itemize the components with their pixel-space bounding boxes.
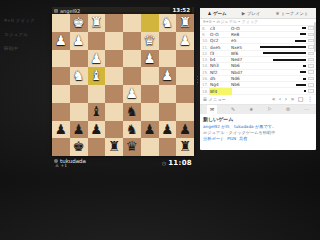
square-c5[interactable] bbox=[141, 85, 159, 103]
square-f7[interactable]: ♟ bbox=[88, 121, 106, 139]
tool-icon-strip: ✉✎★⚐⚙⋯ bbox=[200, 105, 316, 114]
move-clock-box bbox=[308, 52, 314, 56]
black-pawn-b7[interactable]: ♟ bbox=[161, 123, 173, 137]
game-info-players: angel92 が白、tukudada が黒です。 bbox=[203, 124, 313, 129]
square-b8[interactable] bbox=[159, 138, 177, 156]
move-clock-box bbox=[308, 83, 314, 87]
sidebar-text: 観戦中 bbox=[4, 46, 18, 51]
move-number: 12. bbox=[202, 51, 210, 56]
square-f6[interactable]: ♝ bbox=[88, 103, 106, 121]
move-number: 14. bbox=[202, 63, 210, 68]
black-move[interactable]: e5 bbox=[231, 38, 252, 43]
tab-label: トーナメント bbox=[281, 11, 309, 16]
square-g1[interactable]: ♚ bbox=[70, 14, 88, 32]
move-time-bar bbox=[296, 84, 306, 86]
move-time-bar bbox=[300, 33, 306, 35]
square-f1[interactable]: ♜ bbox=[88, 14, 106, 32]
square-c6[interactable] bbox=[141, 103, 159, 121]
square-h2[interactable]: ♟ bbox=[52, 32, 70, 50]
square-d7[interactable]: ♞ bbox=[123, 121, 141, 139]
square-d1[interactable] bbox=[123, 14, 141, 32]
clock-icon: ◷ bbox=[162, 160, 166, 166]
square-a3[interactable] bbox=[176, 50, 194, 68]
tab-icon: ▶ bbox=[242, 11, 245, 16]
move-number: 16. bbox=[202, 76, 210, 81]
move-clock-box bbox=[308, 89, 314, 93]
square-a1[interactable]: ♜ bbox=[176, 14, 194, 32]
white-move[interactable]: f3 bbox=[210, 51, 231, 56]
black-pawn-f7[interactable]: ♟ bbox=[90, 123, 102, 137]
move-number: 15. bbox=[202, 70, 210, 75]
square-a7[interactable]: ♟ bbox=[176, 121, 194, 139]
black-move[interactable]: Bf6 bbox=[231, 51, 252, 56]
nav-buttons: «‹›»▢⋮ bbox=[272, 96, 313, 102]
move-time-bar bbox=[300, 71, 306, 73]
move-number: 17. bbox=[202, 82, 210, 87]
menu-label: メニュー bbox=[208, 97, 226, 102]
black-move[interactable]: Nb6 bbox=[231, 82, 252, 87]
square-b5[interactable] bbox=[159, 85, 177, 103]
white-pawn-f3[interactable]: ♟ bbox=[90, 52, 102, 66]
white-knight-g4[interactable]: ♞ bbox=[73, 69, 85, 83]
move-number: 18. bbox=[202, 89, 210, 94]
move-time-bar bbox=[273, 59, 306, 61]
move-number: 10. bbox=[202, 38, 210, 43]
square-f2[interactable] bbox=[88, 32, 106, 50]
square-d4[interactable] bbox=[123, 67, 141, 85]
square-g5[interactable] bbox=[70, 85, 88, 103]
black-pawn-c7[interactable]: ♟ bbox=[144, 123, 156, 137]
black-knight-d7[interactable]: ♞ bbox=[126, 123, 138, 137]
white-move[interactable]: Bf4 bbox=[210, 89, 231, 94]
move-time-bar bbox=[304, 90, 306, 92]
black-queen-d8[interactable]: ♛ bbox=[126, 140, 138, 154]
square-h3[interactable] bbox=[52, 50, 70, 68]
square-e7[interactable] bbox=[105, 121, 123, 139]
prev-move-button[interactable]: ‹ bbox=[279, 96, 281, 102]
square-b2[interactable] bbox=[159, 32, 177, 50]
game-info-link[interactable]: 分析ボード bbox=[203, 136, 224, 141]
white-move[interactable]: O-O bbox=[210, 32, 231, 37]
black-move[interactable]: Nbd7 bbox=[231, 70, 252, 75]
square-h8[interactable] bbox=[52, 138, 70, 156]
square-e3[interactable] bbox=[105, 50, 123, 68]
flag-icon[interactable]: ⚐ bbox=[267, 106, 271, 112]
black-move[interactable]: Nb6 bbox=[231, 63, 252, 68]
square-e6[interactable] bbox=[105, 103, 123, 121]
side-panel: ♟ゲーム▶プレイ♛トーナメント 9+0 • カジュアル • クイック 8.c3O… bbox=[200, 8, 316, 150]
square-e5[interactable] bbox=[105, 85, 123, 103]
black-pawn-a7[interactable]: ♟ bbox=[179, 123, 191, 137]
square-g8[interactable]: ♚ bbox=[70, 138, 88, 156]
black-move[interactable]: Nd6 bbox=[231, 76, 252, 81]
tab-icon: ♟ bbox=[207, 11, 211, 16]
last-move-button[interactable]: » bbox=[291, 96, 295, 102]
white-pawn-b4[interactable]: ♟ bbox=[161, 69, 173, 83]
move-number: 9. bbox=[202, 32, 210, 37]
move-clock-box bbox=[308, 77, 314, 81]
move-time-bar bbox=[263, 52, 306, 54]
white-pawn-g2[interactable]: ♟ bbox=[73, 34, 85, 48]
chess-board[interactable]: ♚♜♞♜♟♟♛♟♟♟♞♝♟♟♝♞♟♟♟♞♟♟♟♚♜♛♜ bbox=[52, 14, 194, 156]
game-info-title: 新しいゲーム bbox=[203, 116, 313, 122]
tab-icon: ♛ bbox=[275, 11, 279, 16]
avatar bbox=[54, 159, 58, 163]
game-info-status: カジュアル・クイックゲームを観戦中 bbox=[203, 130, 313, 135]
white-move[interactable]: dxe5 bbox=[210, 45, 231, 50]
square-h6[interactable] bbox=[52, 103, 70, 121]
move-nav-bar: ☰ メニュー «‹›»▢⋮ bbox=[200, 95, 316, 105]
bottom-player-bar: tukudada ◷ 11:08 bbox=[52, 156, 194, 171]
square-g4[interactable]: ♞ bbox=[70, 67, 88, 85]
white-bishop-f4[interactable]: ♝ bbox=[90, 69, 102, 83]
move-clock-box bbox=[308, 70, 314, 74]
settings-icon[interactable]: ⚙ bbox=[286, 106, 290, 112]
white-king-g1[interactable]: ♚ bbox=[73, 16, 85, 30]
tab-label: ゲーム bbox=[213, 11, 227, 16]
game-info-link[interactable]: 共有 bbox=[239, 136, 247, 141]
black-move[interactable]: Nxe5 bbox=[231, 45, 252, 50]
square-f4[interactable]: ♝ bbox=[88, 67, 106, 85]
top-player-clock: 13:52 bbox=[170, 7, 192, 14]
square-g3[interactable] bbox=[70, 50, 88, 68]
white-player-link[interactable]: angel92 が白、tukudada が黒です。 bbox=[203, 124, 276, 129]
square-b3[interactable] bbox=[159, 50, 177, 68]
square-h5[interactable] bbox=[52, 85, 70, 103]
material-difference: ♙ +1 bbox=[55, 163, 67, 168]
white-move[interactable]: d5 bbox=[210, 76, 231, 81]
move-clock-box bbox=[308, 64, 314, 68]
square-d2[interactable] bbox=[123, 32, 141, 50]
game-info-link[interactable]: PGN bbox=[227, 136, 236, 141]
black-rook-a8[interactable]: ♜ bbox=[179, 140, 191, 154]
square-g6[interactable] bbox=[70, 103, 88, 121]
white-pawn-c3[interactable]: ♟ bbox=[144, 52, 156, 66]
square-e1[interactable] bbox=[105, 14, 123, 32]
analysis-board-button[interactable]: ▢ bbox=[298, 96, 304, 102]
top-player-name[interactable]: angel92 bbox=[60, 8, 80, 14]
square-g7[interactable]: ♟ bbox=[70, 121, 88, 139]
black-move[interactable]: Ned7 bbox=[231, 57, 252, 62]
tab-label: プレイ bbox=[247, 11, 261, 16]
white-move[interactable]: Nh3 bbox=[210, 63, 231, 68]
move-number: 11. bbox=[202, 45, 210, 50]
panel-tabs: ♟ゲーム▶プレイ♛トーナメント bbox=[200, 8, 316, 19]
square-b7[interactable]: ♟ bbox=[159, 121, 177, 139]
square-d6[interactable]: ♞ bbox=[123, 103, 141, 121]
square-d3[interactable] bbox=[123, 50, 141, 68]
panel-resize-handle[interactable] bbox=[196, 8, 199, 150]
move-number: 13. bbox=[202, 57, 210, 62]
notes-icon[interactable]: ✎ bbox=[231, 106, 235, 112]
tab-ゲーム[interactable]: ♟ゲーム bbox=[205, 10, 228, 17]
move-time-bar bbox=[260, 46, 306, 48]
black-pawn-h7[interactable]: ♟ bbox=[55, 123, 67, 137]
move-clock-box bbox=[308, 58, 314, 62]
white-rook-a1[interactable]: ♜ bbox=[179, 16, 191, 30]
white-move[interactable]: c3 bbox=[210, 26, 231, 31]
square-e4[interactable] bbox=[105, 67, 123, 85]
square-b4[interactable]: ♟ bbox=[159, 67, 177, 85]
player-status-icon bbox=[54, 9, 58, 13]
square-c7[interactable]: ♟ bbox=[141, 121, 159, 139]
white-pawn-h2[interactable]: ♟ bbox=[55, 34, 67, 48]
tab-トーナメント[interactable]: ♛トーナメント bbox=[273, 10, 310, 17]
sidebar-text: カジュアル bbox=[4, 32, 28, 37]
square-h4[interactable] bbox=[52, 67, 70, 85]
move-time-bar bbox=[302, 27, 306, 29]
scrollbar[interactable] bbox=[314, 22, 316, 52]
square-c8[interactable] bbox=[141, 138, 159, 156]
white-move[interactable]: Ng4 bbox=[210, 82, 231, 87]
square-e8[interactable]: ♜ bbox=[105, 138, 123, 156]
square-d5[interactable]: ♟ bbox=[123, 85, 141, 103]
square-h1[interactable] bbox=[52, 14, 70, 32]
square-a6[interactable] bbox=[176, 103, 194, 121]
black-pawn-g7[interactable]: ♟ bbox=[73, 123, 85, 137]
move-time-bar bbox=[303, 65, 306, 67]
sidebar-text: 9+0 クイック bbox=[4, 18, 35, 23]
square-f3[interactable]: ♟ bbox=[88, 50, 106, 68]
square-c4[interactable] bbox=[141, 67, 159, 85]
square-a5[interactable] bbox=[176, 85, 194, 103]
black-rook-e8[interactable]: ♜ bbox=[108, 140, 120, 154]
square-g2[interactable]: ♟ bbox=[70, 32, 88, 50]
move-time-bar bbox=[295, 40, 306, 42]
black-move[interactable]: O-O bbox=[231, 26, 252, 31]
move-list[interactable]: 8.c3O-O9.O-ORe810.Qc2e511.dxe5Nxe512.f3B… bbox=[200, 26, 316, 95]
white-queen-c2[interactable]: ♛ bbox=[144, 34, 156, 48]
next-move-button[interactable]: › bbox=[285, 96, 287, 102]
white-move[interactable]: Nf2 bbox=[210, 70, 231, 75]
square-b6[interactable] bbox=[159, 103, 177, 121]
square-e2[interactable] bbox=[105, 32, 123, 50]
square-a4[interactable] bbox=[176, 67, 194, 85]
favorite-icon[interactable]: ★ bbox=[249, 106, 253, 112]
chat-icon[interactable]: ✉ bbox=[207, 105, 217, 114]
white-pawn-d5[interactable]: ♟ bbox=[126, 87, 138, 101]
square-a2[interactable]: ♟ bbox=[176, 32, 194, 50]
move-number: 8. bbox=[202, 26, 210, 31]
game-info-box: 新しいゲーム angel92 が白、tukudada が黒です。 カジュアル・ク… bbox=[200, 114, 316, 150]
square-c3[interactable]: ♟ bbox=[141, 50, 159, 68]
first-move-button[interactable]: « bbox=[272, 96, 276, 102]
square-c2[interactable]: ♛ bbox=[141, 32, 159, 50]
white-move[interactable]: Qc2 bbox=[210, 38, 231, 43]
move-time-bar bbox=[303, 78, 306, 80]
tab-プレイ[interactable]: ▶プレイ bbox=[240, 10, 263, 17]
black-knight-d6[interactable]: ♞ bbox=[126, 105, 138, 119]
square-d8[interactable]: ♛ bbox=[123, 138, 141, 156]
square-c1[interactable] bbox=[141, 14, 159, 32]
square-h7[interactable]: ♟ bbox=[52, 121, 70, 139]
game-info-links: 分析ボードPGN共有 bbox=[203, 136, 313, 141]
bottom-player-clock: 11:08 bbox=[168, 159, 192, 167]
white-rook-f1[interactable]: ♜ bbox=[90, 16, 102, 30]
square-a8[interactable]: ♜ bbox=[176, 138, 194, 156]
white-pawn-a2[interactable]: ♟ bbox=[179, 34, 191, 48]
black-move[interactable]: Re8 bbox=[231, 32, 252, 37]
more-icon[interactable]: ⋯ bbox=[304, 106, 309, 112]
white-move[interactable]: b4 bbox=[210, 57, 231, 62]
menu-button[interactable]: ☰ メニュー bbox=[203, 97, 226, 102]
more-options-button[interactable]: ⋮ bbox=[307, 96, 313, 102]
hamburger-icon: ☰ bbox=[203, 97, 207, 102]
square-f8[interactable] bbox=[88, 138, 106, 156]
black-bishop-f6[interactable]: ♝ bbox=[90, 105, 102, 119]
top-player-bar: angel92 13:52 bbox=[52, 7, 194, 14]
square-f5[interactable] bbox=[88, 85, 106, 103]
square-b1[interactable]: ♞ bbox=[159, 14, 177, 32]
white-knight-b1[interactable]: ♞ bbox=[161, 16, 173, 30]
black-king-g8[interactable]: ♚ bbox=[73, 140, 85, 154]
